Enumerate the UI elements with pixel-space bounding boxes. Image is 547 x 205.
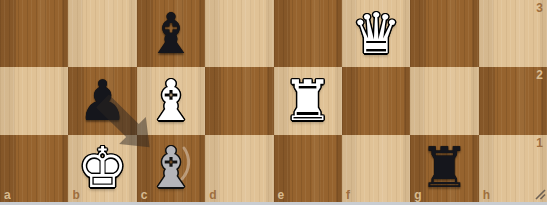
square-f2[interactable] <box>342 67 410 134</box>
square-b2[interactable]: ♟ <box>68 67 136 134</box>
rank-label-2: 2 <box>536 68 543 82</box>
square-c1[interactable]: ♝c <box>137 135 205 202</box>
board-resize-handle[interactable] <box>533 187 546 200</box>
square-a1[interactable]: a <box>0 135 68 202</box>
square-h2[interactable]: 2 <box>479 67 547 134</box>
chess-board-view: ♝♛3♟♝♜2a♚b♝cdef♜gh1 <box>0 0 547 205</box>
square-e1[interactable]: e <box>274 135 342 202</box>
square-a2[interactable] <box>0 67 68 134</box>
file-label-a: a <box>4 188 11 202</box>
white-rook[interactable]: ♜ <box>283 73 333 129</box>
square-d2[interactable] <box>205 67 273 134</box>
square-e2[interactable]: ♜ <box>274 67 342 134</box>
square-d1[interactable]: d <box>205 135 273 202</box>
square-c2[interactable]: ♝ <box>137 67 205 134</box>
page-background-strip <box>0 202 547 205</box>
gray-bishop[interactable]: ♝ <box>146 140 196 196</box>
rank-label-3: 3 <box>536 1 543 15</box>
file-label-d: d <box>209 188 216 202</box>
black-rook[interactable]: ♜ <box>419 140 469 196</box>
square-c3[interactable]: ♝ <box>137 0 205 67</box>
square-b1[interactable]: ♚b <box>68 135 136 202</box>
square-g1[interactable]: ♜g <box>410 135 478 202</box>
white-queen[interactable]: ♛ <box>351 6 401 62</box>
square-h3[interactable]: 3 <box>479 0 547 67</box>
square-g3[interactable] <box>410 0 478 67</box>
square-a3[interactable] <box>0 0 68 67</box>
square-d3[interactable] <box>205 0 273 67</box>
white-bishop[interactable]: ♝ <box>146 73 196 129</box>
square-g2[interactable] <box>410 67 478 134</box>
chess-board[interactable]: ♝♛3♟♝♜2a♚b♝cdef♜gh1 <box>0 0 547 202</box>
file-label-h: h <box>483 188 490 202</box>
square-e3[interactable] <box>274 0 342 67</box>
square-f1[interactable]: f <box>342 135 410 202</box>
file-label-e: e <box>278 188 285 202</box>
file-label-f: f <box>346 188 350 202</box>
black-pawn[interactable]: ♟ <box>77 73 127 129</box>
square-f3[interactable]: ♛ <box>342 0 410 67</box>
square-b3[interactable] <box>68 0 136 67</box>
white-king[interactable]: ♚ <box>77 140 127 196</box>
rank-label-1: 1 <box>536 136 543 150</box>
black-bishop[interactable]: ♝ <box>146 6 196 62</box>
